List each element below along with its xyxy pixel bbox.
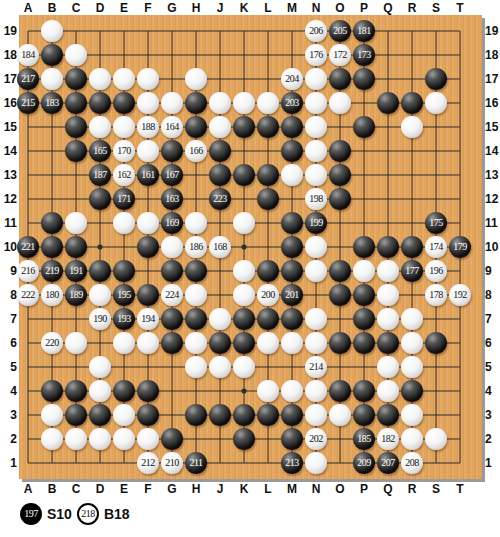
row-label-right-1: 1 xyxy=(485,456,500,470)
stone-N16 xyxy=(305,92,327,114)
row-label-left-5: 5 xyxy=(0,360,17,374)
stone-G12: 163 xyxy=(161,188,183,210)
col-label-top-A: A xyxy=(16,1,40,15)
stone-D13: 187 xyxy=(89,164,111,186)
stone-C6 xyxy=(65,332,87,354)
col-label-bottom-D: D xyxy=(88,482,112,496)
stone-M15 xyxy=(281,116,303,138)
col-label-bottom-J: J xyxy=(208,482,232,496)
stone-S17 xyxy=(425,68,447,90)
stone-D9 xyxy=(89,260,111,282)
stone-G13: 167 xyxy=(161,164,183,186)
row-label-left-3: 3 xyxy=(0,408,17,422)
stone-M16: 203 xyxy=(281,92,303,114)
stone-L9 xyxy=(257,260,279,282)
col-label-top-E: E xyxy=(112,1,136,15)
stone-K2 xyxy=(233,428,255,450)
move-number: 206 xyxy=(305,20,327,42)
col-label-top-S: S xyxy=(424,1,448,15)
row-label-left-11: 11 xyxy=(0,216,17,230)
stone-D5 xyxy=(89,356,111,378)
caption-black-stone-icon: 197 xyxy=(20,503,42,525)
row-label-right-12: 12 xyxy=(485,192,500,206)
stone-C18 xyxy=(65,44,87,66)
stone-D16 xyxy=(89,92,111,114)
col-label-top-H: H xyxy=(184,1,208,15)
col-label-bottom-H: H xyxy=(184,482,208,496)
stone-K11 xyxy=(233,212,255,234)
stone-P15 xyxy=(353,116,375,138)
stone-F8 xyxy=(137,284,159,306)
col-label-top-T: T xyxy=(448,1,472,15)
col-label-top-F: F xyxy=(136,1,160,15)
move-number: 193 xyxy=(113,308,135,330)
stone-S10: 174 xyxy=(425,236,447,258)
stone-H3 xyxy=(185,404,207,426)
stone-L15 xyxy=(257,116,279,138)
row-label-right-17: 17 xyxy=(485,72,500,86)
move-number: 180 xyxy=(41,284,63,306)
stone-M9 xyxy=(281,260,303,282)
move-number: 169 xyxy=(161,212,183,234)
stone-M14 xyxy=(281,140,303,162)
move-number: 194 xyxy=(137,308,159,330)
move-number: 199 xyxy=(305,212,327,234)
stone-B10 xyxy=(41,236,63,258)
row-label-right-6: 6 xyxy=(485,336,500,350)
move-number: 176 xyxy=(305,44,327,66)
move-number: 211 xyxy=(185,452,207,474)
col-label-top-R: R xyxy=(400,1,424,15)
move-number: 209 xyxy=(353,452,375,474)
col-label-bottom-S: S xyxy=(424,482,448,496)
stone-A18: 184 xyxy=(17,44,39,66)
move-number: 222 xyxy=(17,284,39,306)
row-label-right-15: 15 xyxy=(485,120,500,134)
move-number: 204 xyxy=(281,68,303,90)
stone-N3 xyxy=(305,404,327,426)
row-label-left-7: 7 xyxy=(0,312,17,326)
stone-N19: 206 xyxy=(305,20,327,42)
stone-K7 xyxy=(233,308,255,330)
stone-H8 xyxy=(185,284,207,306)
stone-C14 xyxy=(65,140,87,162)
col-label-bottom-L: L xyxy=(256,482,280,496)
row-label-right-13: 13 xyxy=(485,168,500,182)
move-number: 200 xyxy=(257,284,279,306)
row-label-right-11: 11 xyxy=(485,216,500,230)
stone-H14: 166 xyxy=(185,140,207,162)
stone-H16 xyxy=(185,92,207,114)
stone-L16 xyxy=(257,92,279,114)
stone-K15 xyxy=(233,116,255,138)
stone-H15 xyxy=(185,116,207,138)
stone-D4 xyxy=(89,380,111,402)
stone-N5: 214 xyxy=(305,356,327,378)
stone-E16 xyxy=(113,92,135,114)
stone-Q6 xyxy=(377,332,399,354)
stone-J10: 168 xyxy=(209,236,231,258)
stone-B11 xyxy=(41,212,63,234)
stone-F1: 212 xyxy=(137,452,159,474)
col-label-top-B: B xyxy=(40,1,64,15)
stone-G11: 169 xyxy=(161,212,183,234)
star-point-D10 xyxy=(98,245,103,250)
stone-O13 xyxy=(329,164,351,186)
stone-B3 xyxy=(41,404,63,426)
row-label-left-10: 10 xyxy=(0,240,17,254)
stone-H11 xyxy=(185,212,207,234)
stone-G10 xyxy=(161,236,183,258)
col-label-bottom-A: A xyxy=(16,482,40,496)
stone-J3 xyxy=(209,404,231,426)
col-label-top-D: D xyxy=(88,1,112,15)
row-label-right-14: 14 xyxy=(485,144,500,158)
col-label-bottom-G: G xyxy=(160,482,184,496)
row-label-left-13: 13 xyxy=(0,168,17,182)
row-label-right-7: 7 xyxy=(485,312,500,326)
stone-N11: 199 xyxy=(305,212,327,234)
move-number: 203 xyxy=(281,92,303,114)
stone-E6 xyxy=(113,332,135,354)
stone-H7 xyxy=(185,308,207,330)
row-label-right-4: 4 xyxy=(485,384,500,398)
stone-P3 xyxy=(353,404,375,426)
stone-P9 xyxy=(353,260,375,282)
move-number: 201 xyxy=(281,284,303,306)
move-number: 221 xyxy=(17,236,39,258)
stone-R5 xyxy=(401,356,423,378)
stone-K5 xyxy=(233,356,255,378)
move-number: 166 xyxy=(185,140,207,162)
col-label-bottom-C: C xyxy=(64,482,88,496)
stone-P19: 181 xyxy=(353,20,375,42)
move-number: 187 xyxy=(89,164,111,186)
stone-N6 xyxy=(305,332,327,354)
stone-A8: 222 xyxy=(17,284,39,306)
stone-N18: 176 xyxy=(305,44,327,66)
stone-L6 xyxy=(257,332,279,354)
stone-F16 xyxy=(137,92,159,114)
stone-H9 xyxy=(185,260,207,282)
stone-P8 xyxy=(353,284,375,306)
row-label-right-18: 18 xyxy=(485,48,500,62)
col-label-bottom-E: E xyxy=(112,482,136,496)
stone-P2: 185 xyxy=(353,428,375,450)
stone-E12: 171 xyxy=(113,188,135,210)
move-number: 173 xyxy=(353,44,375,66)
caption-white-stone-icon: 218 xyxy=(77,503,99,525)
stone-P18: 173 xyxy=(353,44,375,66)
stone-F11 xyxy=(137,212,159,234)
row-label-left-17: 17 xyxy=(0,72,17,86)
row-label-right-19: 19 xyxy=(485,24,500,38)
move-number: 212 xyxy=(137,452,159,474)
stone-M17: 204 xyxy=(281,68,303,90)
col-label-bottom-M: M xyxy=(280,482,304,496)
move-number: 210 xyxy=(161,452,183,474)
move-number: 220 xyxy=(41,332,63,354)
stone-B9: 219 xyxy=(41,260,63,282)
col-label-bottom-F: F xyxy=(136,482,160,496)
col-label-top-G: G xyxy=(160,1,184,15)
stone-B6: 220 xyxy=(41,332,63,354)
stone-N14 xyxy=(305,140,327,162)
stone-D14: 165 xyxy=(89,140,111,162)
stone-N10 xyxy=(305,236,327,258)
row-label-right-5: 5 xyxy=(485,360,500,374)
col-label-top-L: L xyxy=(256,1,280,15)
stone-R4 xyxy=(401,380,423,402)
stone-L4 xyxy=(257,380,279,402)
stone-H6 xyxy=(185,332,207,354)
stone-B2 xyxy=(41,428,63,450)
stone-N13 xyxy=(305,164,327,186)
stone-P10 xyxy=(353,236,375,258)
stone-B16: 183 xyxy=(41,92,63,114)
stone-Q1: 207 xyxy=(377,452,399,474)
col-label-bottom-B: B xyxy=(40,482,64,496)
move-number: 215 xyxy=(17,92,39,114)
row-label-right-2: 2 xyxy=(485,432,500,446)
stone-K6 xyxy=(233,332,255,354)
stone-A10: 221 xyxy=(17,236,39,258)
move-number: 175 xyxy=(425,212,447,234)
stone-M2 xyxy=(281,428,303,450)
stone-J13 xyxy=(209,164,231,186)
stone-S9: 196 xyxy=(425,260,447,282)
stone-O18: 172 xyxy=(329,44,351,66)
stone-J14 xyxy=(209,140,231,162)
stone-C3 xyxy=(65,404,87,426)
move-number: 223 xyxy=(209,188,231,210)
stone-K16 xyxy=(233,92,255,114)
row-label-left-6: 6 xyxy=(0,336,17,350)
row-label-left-8: 8 xyxy=(0,288,17,302)
move-number: 191 xyxy=(65,260,87,282)
stone-F15: 188 xyxy=(137,116,159,138)
col-label-bottom-Q: Q xyxy=(376,482,400,496)
stone-N15 xyxy=(305,116,327,138)
stone-C9: 191 xyxy=(65,260,87,282)
stone-B19 xyxy=(41,20,63,42)
stone-E2 xyxy=(113,428,135,450)
row-label-left-15: 15 xyxy=(0,120,17,134)
stone-E4 xyxy=(113,380,135,402)
col-label-top-C: C xyxy=(64,1,88,15)
move-number: 165 xyxy=(89,140,111,162)
move-number: 195 xyxy=(113,284,135,306)
stone-R1: 208 xyxy=(401,452,423,474)
stone-T8: 192 xyxy=(449,284,471,306)
stone-J7 xyxy=(209,308,231,330)
stone-P7 xyxy=(353,308,375,330)
stone-A9: 216 xyxy=(17,260,39,282)
stone-R10 xyxy=(401,236,423,258)
move-number: 163 xyxy=(161,188,183,210)
stone-J6 xyxy=(209,332,231,354)
stone-G14 xyxy=(161,140,183,162)
stone-D7: 190 xyxy=(89,308,111,330)
move-number: 184 xyxy=(17,44,39,66)
col-label-top-O: O xyxy=(328,1,352,15)
move-caption: 197 S10 218 B18 xyxy=(20,502,130,526)
stone-M8: 201 xyxy=(281,284,303,306)
stone-P4 xyxy=(353,380,375,402)
stone-D2 xyxy=(89,428,111,450)
stone-L8: 200 xyxy=(257,284,279,306)
stone-R9: 177 xyxy=(401,260,423,282)
move-number: 196 xyxy=(425,260,447,282)
move-number: 181 xyxy=(353,20,375,42)
move-number: 168 xyxy=(209,236,231,258)
stone-J16 xyxy=(209,92,231,114)
move-number: 188 xyxy=(137,116,159,138)
row-label-right-10: 10 xyxy=(485,240,500,254)
stone-O8 xyxy=(329,284,351,306)
stone-E14: 170 xyxy=(113,140,135,162)
row-label-left-19: 19 xyxy=(0,24,17,38)
stone-O16 xyxy=(329,92,351,114)
stone-J15 xyxy=(209,116,231,138)
col-label-bottom-P: P xyxy=(352,482,376,496)
move-number: 208 xyxy=(401,452,423,474)
stone-O17 xyxy=(329,68,351,90)
stone-O19: 205 xyxy=(329,20,351,42)
stone-Q10 xyxy=(377,236,399,258)
stone-C8: 189 xyxy=(65,284,87,306)
stone-A17: 217 xyxy=(17,68,39,90)
stone-Q9 xyxy=(377,260,399,282)
stone-C15 xyxy=(65,116,87,138)
move-number: 214 xyxy=(305,356,327,378)
stone-S6 xyxy=(425,332,447,354)
move-number: 186 xyxy=(185,236,207,258)
row-label-right-3: 3 xyxy=(485,408,500,422)
move-number: 207 xyxy=(377,452,399,474)
stone-K8 xyxy=(233,284,255,306)
stone-B8: 180 xyxy=(41,284,63,306)
move-number: 217 xyxy=(17,68,39,90)
row-label-left-18: 18 xyxy=(0,48,17,62)
stone-R3 xyxy=(401,404,423,426)
stone-F17 xyxy=(137,68,159,90)
stone-A16: 215 xyxy=(17,92,39,114)
stone-B4 xyxy=(41,380,63,402)
stone-E13: 162 xyxy=(113,164,135,186)
col-label-top-J: J xyxy=(208,1,232,15)
stone-T10: 179 xyxy=(449,236,471,258)
stone-M10 xyxy=(281,236,303,258)
stone-Q4 xyxy=(377,380,399,402)
stone-O14 xyxy=(329,140,351,162)
stone-E8: 195 xyxy=(113,284,135,306)
stone-E3 xyxy=(113,404,135,426)
stone-D17 xyxy=(89,68,111,90)
move-number: 202 xyxy=(305,428,327,450)
col-label-bottom-R: R xyxy=(400,482,424,496)
stone-F3 xyxy=(137,404,159,426)
stone-Q5 xyxy=(377,356,399,378)
stone-G8: 224 xyxy=(161,284,183,306)
stone-Q8 xyxy=(377,284,399,306)
stone-K3 xyxy=(233,404,255,426)
row-label-left-16: 16 xyxy=(0,96,17,110)
stone-H1: 211 xyxy=(185,452,207,474)
move-number: 171 xyxy=(113,188,135,210)
row-label-left-1: 1 xyxy=(0,456,17,470)
stone-M6 xyxy=(281,332,303,354)
stone-D8 xyxy=(89,284,111,306)
stone-G1: 210 xyxy=(161,452,183,474)
move-number: 219 xyxy=(41,260,63,282)
stone-C2 xyxy=(65,428,87,450)
row-label-left-2: 2 xyxy=(0,432,17,446)
stone-E11 xyxy=(113,212,135,234)
stone-F7: 194 xyxy=(137,308,159,330)
stone-M7 xyxy=(281,308,303,330)
stone-M1: 213 xyxy=(281,452,303,474)
stone-P1: 209 xyxy=(353,452,375,474)
stone-G16 xyxy=(161,92,183,114)
caption-point-label: B18 xyxy=(104,506,130,522)
stone-K9 xyxy=(233,260,255,282)
move-number: 183 xyxy=(41,92,63,114)
move-number: 179 xyxy=(449,236,471,258)
col-label-top-P: P xyxy=(352,1,376,15)
stone-O3 xyxy=(329,404,351,426)
star-point-K4 xyxy=(242,389,247,394)
stone-N9 xyxy=(305,260,327,282)
star-point-K10 xyxy=(242,245,247,250)
stone-C11 xyxy=(65,212,87,234)
stone-C17 xyxy=(65,68,87,90)
stone-O6 xyxy=(329,332,351,354)
move-number: 161 xyxy=(137,164,159,186)
move-number: 174 xyxy=(425,236,447,258)
move-number: 178 xyxy=(425,284,447,306)
stone-L7 xyxy=(257,308,279,330)
caption-point-label: S10 xyxy=(47,506,72,522)
stone-N1 xyxy=(305,452,327,474)
move-number: 164 xyxy=(161,116,183,138)
stone-N7 xyxy=(305,308,327,330)
stone-N2: 202 xyxy=(305,428,327,450)
stone-C16 xyxy=(65,92,87,114)
stone-J5 xyxy=(209,356,231,378)
row-label-left-12: 12 xyxy=(0,192,17,206)
move-number: 172 xyxy=(329,44,351,66)
caption-move-number: 197 xyxy=(20,503,42,525)
stone-L3 xyxy=(257,404,279,426)
col-label-bottom-N: N xyxy=(304,482,328,496)
stone-S8: 178 xyxy=(425,284,447,306)
stone-Q16 xyxy=(377,92,399,114)
stone-M4 xyxy=(281,380,303,402)
stone-G7 xyxy=(161,308,183,330)
stone-O9 xyxy=(329,260,351,282)
move-number: 185 xyxy=(353,428,375,450)
stone-R16 xyxy=(401,92,423,114)
row-label-right-16: 16 xyxy=(485,96,500,110)
move-number: 170 xyxy=(113,140,135,162)
stone-G2 xyxy=(161,428,183,450)
stone-R7 xyxy=(401,308,423,330)
move-number: 198 xyxy=(305,188,327,210)
col-label-bottom-T: T xyxy=(448,482,472,496)
stone-Q7 xyxy=(377,308,399,330)
stone-G9 xyxy=(161,260,183,282)
